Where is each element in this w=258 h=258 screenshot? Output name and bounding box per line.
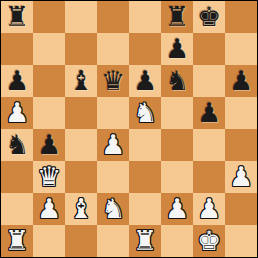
square-g3[interactable] — [193, 161, 225, 193]
white-knight[interactable]: ♞ — [101, 193, 125, 225]
black-knight[interactable]: ♞ — [165, 65, 189, 97]
square-g1[interactable]: ♚ — [193, 225, 225, 257]
square-e1[interactable]: ♜ — [129, 225, 161, 257]
square-f5[interactable] — [161, 97, 193, 129]
square-d3[interactable] — [97, 161, 129, 193]
black-pawn[interactable]: ♟ — [197, 97, 221, 129]
square-d5[interactable] — [97, 97, 129, 129]
square-f6[interactable]: ♞ — [161, 65, 193, 97]
square-a2[interactable] — [1, 193, 33, 225]
square-a4[interactable]: ♞ — [1, 129, 33, 161]
white-pawn[interactable]: ♟ — [5, 97, 29, 129]
black-pawn[interactable]: ♟ — [5, 65, 29, 97]
square-h7[interactable] — [225, 33, 257, 65]
square-a7[interactable] — [1, 33, 33, 65]
square-f1[interactable] — [161, 225, 193, 257]
black-knight[interactable]: ♞ — [5, 129, 29, 161]
black-bishop[interactable]: ♝ — [69, 65, 93, 97]
square-g4[interactable] — [193, 129, 225, 161]
black-pawn[interactable]: ♟ — [229, 65, 253, 97]
square-d8[interactable] — [97, 1, 129, 33]
square-f4[interactable] — [161, 129, 193, 161]
black-rook[interactable]: ♜ — [165, 1, 189, 33]
square-g7[interactable] — [193, 33, 225, 65]
square-c3[interactable] — [65, 161, 97, 193]
square-b6[interactable] — [33, 65, 65, 97]
square-d6[interactable]: ♛ — [97, 65, 129, 97]
board-border: ♜♜♚♟♟♝♛♟♞♟♟♞♟♞♟♟♛♟♟♝♞♟♟♜♜♚ — [0, 0, 258, 258]
square-d1[interactable] — [97, 225, 129, 257]
square-e2[interactable] — [129, 193, 161, 225]
white-king[interactable]: ♚ — [197, 225, 221, 257]
square-c7[interactable] — [65, 33, 97, 65]
black-rook[interactable]: ♜ — [5, 1, 29, 33]
square-c8[interactable] — [65, 1, 97, 33]
black-queen[interactable]: ♛ — [101, 65, 125, 97]
square-h4[interactable] — [225, 129, 257, 161]
white-bishop[interactable]: ♝ — [69, 193, 93, 225]
square-a3[interactable] — [1, 161, 33, 193]
square-e7[interactable] — [129, 33, 161, 65]
square-a1[interactable]: ♜ — [1, 225, 33, 257]
square-h3[interactable]: ♟ — [225, 161, 257, 193]
square-e6[interactable]: ♟ — [129, 65, 161, 97]
square-b8[interactable] — [33, 1, 65, 33]
square-b7[interactable] — [33, 33, 65, 65]
square-d7[interactable] — [97, 33, 129, 65]
white-pawn[interactable]: ♟ — [37, 193, 61, 225]
square-e8[interactable] — [129, 1, 161, 33]
square-f7[interactable]: ♟ — [161, 33, 193, 65]
square-g5[interactable]: ♟ — [193, 97, 225, 129]
square-a8[interactable]: ♜ — [1, 1, 33, 33]
square-f8[interactable]: ♜ — [161, 1, 193, 33]
square-h8[interactable] — [225, 1, 257, 33]
square-h6[interactable]: ♟ — [225, 65, 257, 97]
square-h5[interactable] — [225, 97, 257, 129]
white-queen[interactable]: ♛ — [37, 161, 61, 193]
square-f3[interactable] — [161, 161, 193, 193]
square-c2[interactable]: ♝ — [65, 193, 97, 225]
square-g2[interactable]: ♟ — [193, 193, 225, 225]
square-b3[interactable]: ♛ — [33, 161, 65, 193]
square-c5[interactable] — [65, 97, 97, 129]
square-d2[interactable]: ♞ — [97, 193, 129, 225]
black-pawn[interactable]: ♟ — [165, 33, 189, 65]
chess-board: ♜♜♚♟♟♝♛♟♞♟♟♞♟♞♟♟♛♟♟♝♞♟♟♜♜♚ — [1, 1, 257, 257]
square-c1[interactable] — [65, 225, 97, 257]
square-c4[interactable] — [65, 129, 97, 161]
white-rook[interactable]: ♜ — [5, 225, 29, 257]
white-knight[interactable]: ♞ — [133, 97, 157, 129]
square-b4[interactable]: ♟ — [33, 129, 65, 161]
square-b1[interactable] — [33, 225, 65, 257]
white-pawn[interactable]: ♟ — [229, 161, 253, 193]
square-g8[interactable]: ♚ — [193, 1, 225, 33]
square-f2[interactable]: ♟ — [161, 193, 193, 225]
square-b5[interactable] — [33, 97, 65, 129]
square-g6[interactable] — [193, 65, 225, 97]
square-e5[interactable]: ♞ — [129, 97, 161, 129]
square-d4[interactable]: ♟ — [97, 129, 129, 161]
square-a6[interactable]: ♟ — [1, 65, 33, 97]
square-e4[interactable] — [129, 129, 161, 161]
square-h2[interactable] — [225, 193, 257, 225]
square-e3[interactable] — [129, 161, 161, 193]
white-pawn[interactable]: ♟ — [165, 193, 189, 225]
square-h1[interactable] — [225, 225, 257, 257]
square-c6[interactable]: ♝ — [65, 65, 97, 97]
white-rook[interactable]: ♜ — [133, 225, 157, 257]
black-pawn[interactable]: ♟ — [37, 129, 61, 161]
black-king[interactable]: ♚ — [197, 1, 221, 33]
white-pawn[interactable]: ♟ — [101, 129, 125, 161]
black-pawn[interactable]: ♟ — [133, 65, 157, 97]
square-a5[interactable]: ♟ — [1, 97, 33, 129]
white-pawn[interactable]: ♟ — [197, 193, 221, 225]
square-b2[interactable]: ♟ — [33, 193, 65, 225]
